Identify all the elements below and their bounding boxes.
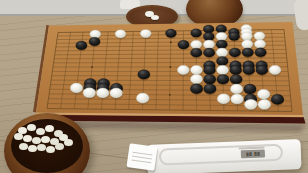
go-stone-bowl-top-right bbox=[186, 0, 243, 28]
grid-line-horizontal bbox=[49, 94, 290, 96]
stone-black bbox=[271, 94, 284, 104]
stone-black bbox=[244, 84, 257, 94]
stone-shadow bbox=[91, 32, 101, 39]
stone-shadow bbox=[217, 42, 228, 50]
clock-digits-right: 88 bbox=[254, 151, 260, 156]
grid-line-horizontal bbox=[50, 89, 290, 90]
stone-shadow bbox=[231, 86, 243, 95]
stone-shadow bbox=[98, 81, 110, 90]
stone-white bbox=[257, 89, 270, 99]
board-front-edge bbox=[35, 113, 304, 118]
stone-black bbox=[84, 83, 97, 93]
clock-digits-left: 88 bbox=[246, 151, 252, 156]
stone-shadow bbox=[272, 97, 284, 106]
star-point bbox=[169, 94, 171, 96]
stone-black bbox=[203, 32, 214, 40]
stone-shadow bbox=[191, 31, 201, 38]
stone-white bbox=[216, 48, 228, 57]
grid-line-horizontal bbox=[54, 58, 287, 59]
stone-shadow bbox=[98, 85, 110, 94]
stone-black bbox=[256, 61, 268, 70]
stone-black bbox=[242, 48, 254, 57]
star-point bbox=[246, 41, 248, 43]
grid-line-horizontal bbox=[55, 54, 287, 55]
go-game-photo: 88 88 bbox=[0, 0, 308, 173]
grid-line-horizontal bbox=[57, 37, 285, 39]
grid-line-horizontal bbox=[48, 99, 291, 101]
stone-shadow bbox=[84, 85, 96, 94]
stone-black bbox=[110, 83, 123, 93]
grid-line-vertical bbox=[234, 30, 238, 111]
grid-line-horizontal bbox=[55, 49, 286, 51]
stone-shadow bbox=[204, 67, 215, 75]
grid-line-vertical bbox=[259, 30, 265, 111]
stone-shadow bbox=[111, 85, 123, 94]
stone-black bbox=[204, 65, 216, 74]
stone-shadow bbox=[204, 77, 216, 86]
grid-line-vertical bbox=[284, 30, 292, 112]
star-point bbox=[91, 66, 93, 68]
stone-black bbox=[216, 56, 228, 65]
stone-shadow bbox=[217, 67, 228, 75]
stone-black bbox=[230, 65, 242, 74]
stone-shadow bbox=[137, 95, 149, 104]
stone-shadow bbox=[218, 96, 230, 105]
star-point bbox=[88, 93, 90, 95]
stone-shadow bbox=[229, 34, 239, 42]
stone-shadow bbox=[229, 30, 239, 37]
stone-black bbox=[255, 48, 267, 57]
stone-black bbox=[165, 29, 176, 37]
stone-shadow bbox=[204, 50, 215, 58]
star-point bbox=[94, 42, 96, 44]
stone-white bbox=[115, 30, 126, 38]
stone-black bbox=[230, 61, 242, 70]
stone-black bbox=[228, 28, 239, 36]
pale-object-top-right bbox=[293, 0, 308, 31]
stone-black bbox=[84, 79, 96, 89]
stone-shadow bbox=[270, 67, 281, 75]
stone-black bbox=[216, 40, 227, 49]
stone-shadow bbox=[166, 31, 176, 38]
handwriting-line bbox=[133, 152, 153, 156]
grid-line-vertical bbox=[142, 31, 146, 109]
stone-shadow bbox=[191, 67, 202, 75]
stone-shadow bbox=[258, 91, 270, 100]
stone-shadow bbox=[256, 63, 267, 71]
captured-white-stone bbox=[151, 15, 159, 20]
stone-white bbox=[96, 88, 109, 98]
stone-shadow bbox=[204, 42, 215, 50]
stone-black bbox=[138, 70, 150, 80]
stone-shadow bbox=[242, 30, 252, 37]
go-stone-bowl-white bbox=[4, 113, 90, 173]
stone-white bbox=[269, 65, 281, 74]
grid-line-vertical bbox=[271, 30, 278, 112]
stone-white bbox=[216, 32, 227, 40]
grid-line-vertical bbox=[196, 31, 197, 111]
stone-shadow bbox=[138, 72, 150, 81]
stone-shadow bbox=[216, 27, 226, 34]
stone-shadow bbox=[141, 32, 151, 39]
grid-line-vertical bbox=[246, 30, 251, 111]
stone-black bbox=[97, 79, 109, 89]
stone-white bbox=[90, 30, 101, 38]
bowl-lid-with-captured-stones bbox=[126, 5, 178, 28]
grid-line-vertical bbox=[61, 32, 71, 108]
stone-black bbox=[190, 84, 203, 94]
stone-shadow bbox=[256, 50, 267, 58]
stone-shadow bbox=[191, 77, 203, 86]
stone-shadow bbox=[243, 50, 254, 58]
stone-white bbox=[83, 88, 96, 98]
star-point bbox=[170, 41, 172, 43]
grid-line-horizontal bbox=[57, 33, 284, 36]
stone-shadow bbox=[245, 96, 257, 105]
stone-white bbox=[217, 94, 230, 104]
stone-shadow bbox=[242, 27, 252, 34]
stone-white bbox=[70, 83, 83, 93]
stone-shadow bbox=[230, 50, 241, 58]
stone-shadow bbox=[116, 32, 126, 39]
stone-shadow bbox=[230, 63, 241, 71]
grid-line-horizontal bbox=[56, 41, 285, 43]
grid-line-horizontal bbox=[50, 85, 289, 86]
grid-line-vertical bbox=[170, 31, 172, 110]
stone-black bbox=[89, 37, 100, 46]
board-surface bbox=[36, 22, 303, 115]
stone-shadow bbox=[242, 34, 252, 42]
stone-shadow bbox=[204, 86, 216, 95]
grid-line-horizontal bbox=[47, 109, 292, 112]
stone-black bbox=[204, 74, 216, 84]
stone-shadow bbox=[191, 42, 202, 50]
star-point bbox=[169, 66, 171, 68]
stone-white bbox=[177, 65, 189, 74]
stone-black bbox=[229, 32, 240, 40]
stone-shadow bbox=[244, 86, 256, 95]
grid-line-vertical bbox=[156, 31, 159, 110]
stone-shadow bbox=[84, 90, 96, 99]
stone-shadow bbox=[243, 63, 254, 71]
stone-shadow bbox=[255, 34, 265, 42]
clock-display: 88 88 bbox=[241, 149, 265, 158]
star-point bbox=[249, 95, 251, 97]
grid-line-vertical bbox=[129, 32, 134, 110]
grid-line-horizontal bbox=[54, 62, 288, 63]
stone-white bbox=[190, 74, 202, 84]
stone-black bbox=[243, 65, 255, 74]
stone-shadow bbox=[245, 101, 257, 110]
grid-line-horizontal bbox=[48, 104, 292, 107]
stone-white bbox=[241, 28, 252, 36]
white-stones-in-bowl bbox=[18, 127, 27, 134]
star-point bbox=[248, 66, 250, 68]
stone-shadow bbox=[217, 59, 228, 67]
stone-shadow bbox=[90, 39, 101, 47]
stone-shadow bbox=[97, 90, 109, 99]
stone-white bbox=[258, 99, 271, 109]
grid-line-vertical bbox=[115, 32, 121, 110]
stone-shadow bbox=[204, 27, 214, 34]
stone-shadow bbox=[179, 42, 190, 50]
stone-black bbox=[203, 61, 215, 70]
stone-shadow bbox=[191, 86, 203, 95]
stone-shadow bbox=[217, 34, 227, 42]
stone-black bbox=[244, 94, 257, 104]
grid-line-vertical bbox=[209, 31, 211, 111]
stone-black bbox=[204, 84, 217, 94]
stone-white bbox=[241, 32, 252, 40]
stone-shadow bbox=[178, 67, 189, 75]
stone-shadow bbox=[204, 34, 214, 42]
grid-line-vertical bbox=[47, 33, 58, 109]
stone-shadow bbox=[255, 42, 266, 50]
grid-line-horizontal bbox=[58, 30, 284, 33]
stone-white bbox=[254, 32, 265, 40]
stone-white bbox=[110, 88, 123, 98]
stone-shadow bbox=[218, 77, 230, 86]
stone-black bbox=[229, 48, 241, 57]
grid-line-vertical bbox=[101, 32, 108, 109]
stone-shadow bbox=[231, 96, 243, 105]
stone-shadow bbox=[85, 81, 97, 90]
paper-card bbox=[126, 143, 157, 171]
stone-white bbox=[217, 65, 229, 74]
stone-white bbox=[140, 29, 151, 37]
stone-shadow bbox=[230, 67, 241, 75]
grid-line-vertical bbox=[221, 30, 224, 110]
stone-shadow bbox=[257, 67, 268, 75]
stone-white bbox=[244, 99, 257, 109]
stone-white bbox=[190, 65, 202, 74]
stone-white bbox=[242, 40, 253, 49]
stone-black bbox=[203, 48, 215, 57]
handwriting-line bbox=[132, 156, 152, 160]
stone-black bbox=[243, 61, 255, 70]
stone-white bbox=[136, 93, 149, 103]
stone-white bbox=[230, 84, 243, 94]
stone-shadow bbox=[111, 90, 123, 99]
stone-shadow bbox=[217, 50, 228, 58]
stone-white bbox=[254, 40, 265, 49]
stone-shadow bbox=[71, 85, 83, 94]
stone-black bbox=[76, 41, 87, 50]
stone-black bbox=[256, 65, 268, 74]
stone-black bbox=[217, 74, 229, 84]
grid-line-horizontal bbox=[56, 45, 286, 47]
stone-shadow bbox=[76, 43, 87, 51]
stone-black bbox=[230, 74, 242, 84]
stone-shadow bbox=[242, 42, 253, 50]
stone-black bbox=[178, 40, 189, 49]
grid-line-vertical bbox=[74, 32, 83, 109]
stone-white bbox=[231, 94, 244, 104]
stone-black bbox=[97, 83, 110, 93]
board-left-face bbox=[33, 25, 49, 113]
stone-white bbox=[191, 40, 202, 49]
game-clock: 88 88 bbox=[146, 139, 301, 173]
grid-line-horizontal bbox=[51, 80, 289, 81]
stone-white bbox=[241, 25, 252, 33]
stone-shadow bbox=[243, 67, 254, 75]
stone-black bbox=[191, 29, 202, 37]
stone-shadow bbox=[191, 50, 202, 58]
stone-shadow bbox=[259, 102, 271, 111]
stone-shadow bbox=[231, 77, 243, 86]
grid-line-vertical bbox=[88, 32, 96, 109]
stone-white bbox=[203, 40, 214, 49]
handwriting-line bbox=[131, 160, 151, 164]
stone-black bbox=[191, 48, 203, 57]
stone-shadow bbox=[204, 63, 215, 71]
